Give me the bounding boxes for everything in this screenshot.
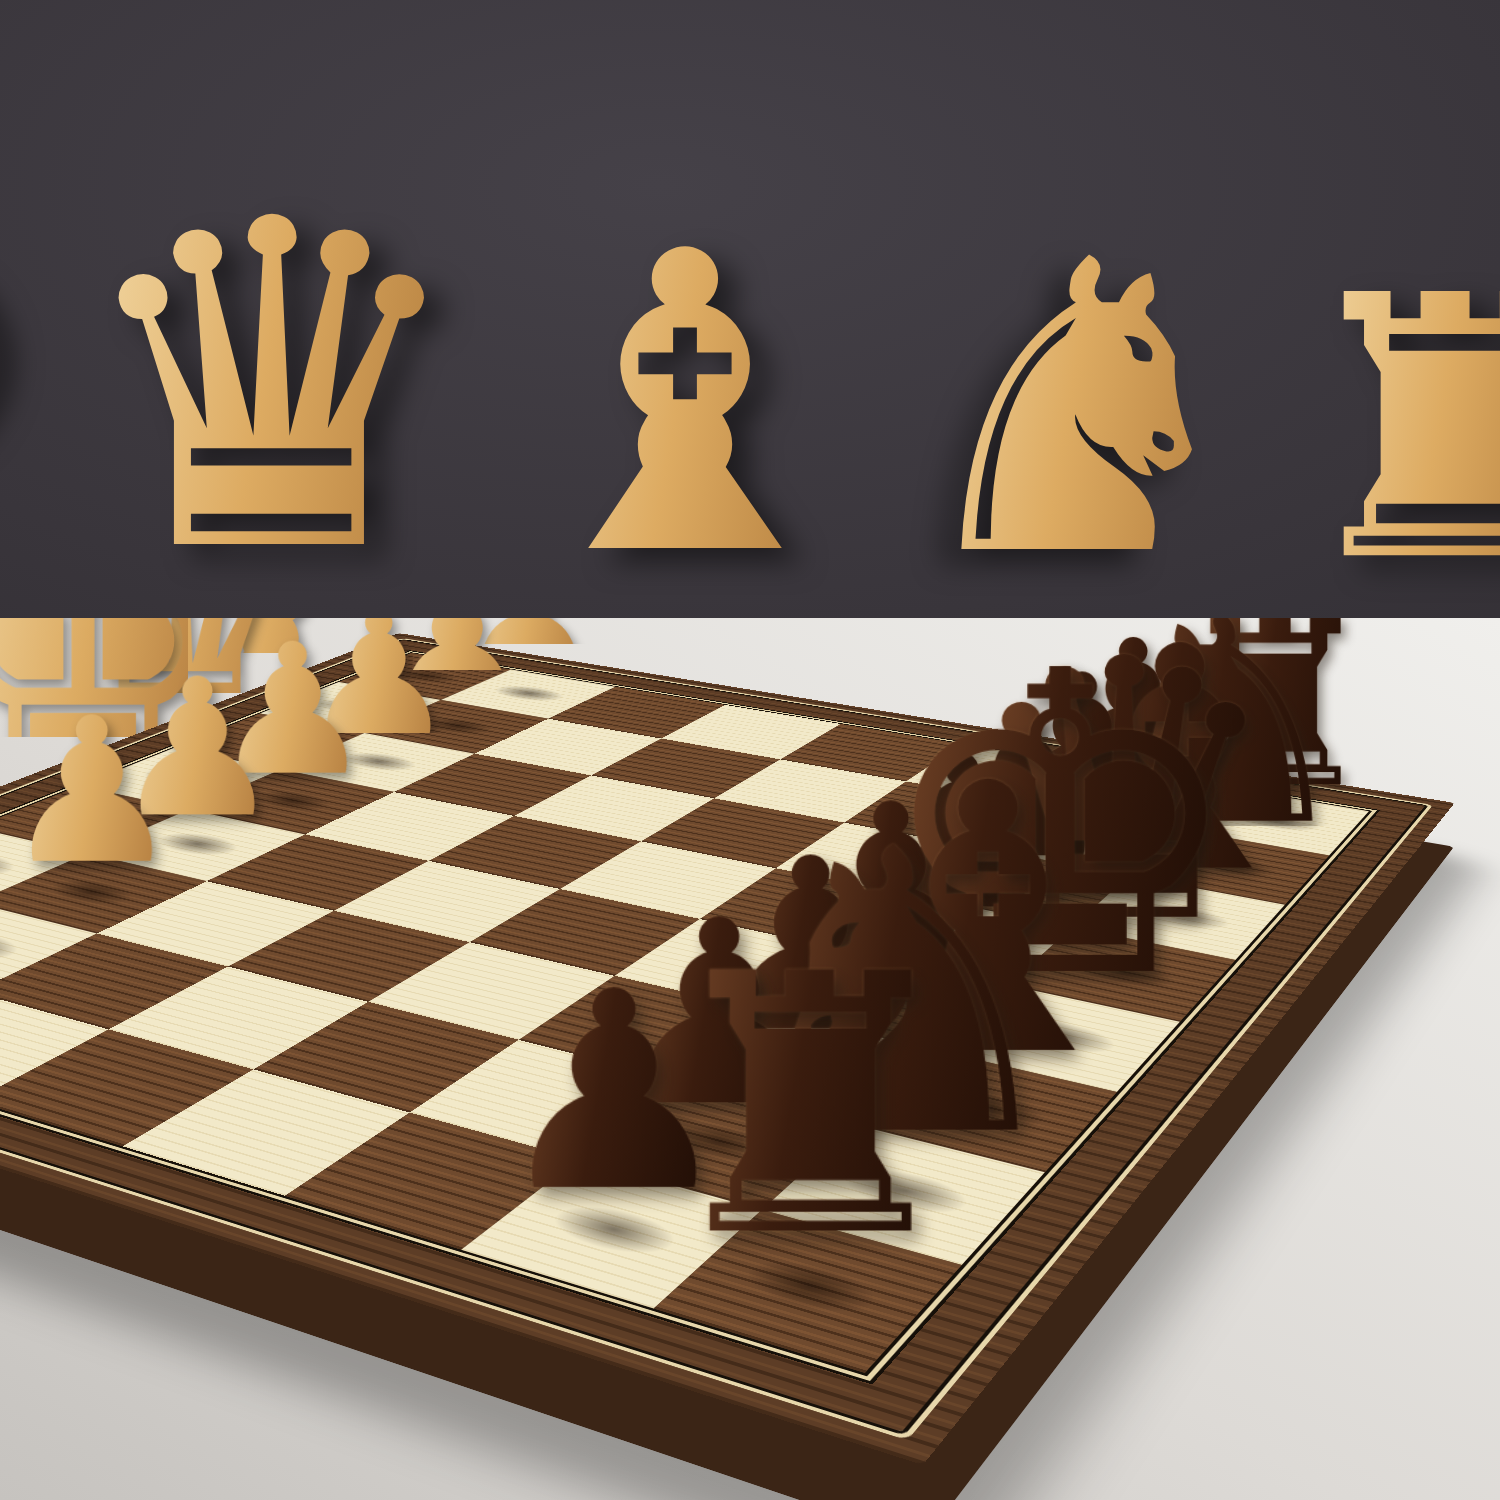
board-scene: ♜♟♟♜♞♟♟♞♝♟♟♝♛♟♟♛♚♟♟♚♝♟♟♝♞♟♟♞♜♟♟♜	[0, 618, 1500, 1500]
board-photo: ♜♟♟♜♞♟♟♞♝♟♟♝♛♟♟♛♚♟♟♚♝♟♟♝♞♟♟♞♜♟♟♜	[0, 618, 1500, 1500]
lineup-white-bishop: ♝	[500, 216, 870, 596]
square-h8: ♜	[654, 1210, 962, 1373]
lineup-white-rook: ♜	[1283, 263, 1500, 596]
chessboard-frame: ♜♟♟♜♞♟♟♞♝♟♟♝♛♟♟♛♚♟♟♚♝♟♟♝♞♟♟♞♜♟♟♜	[0, 633, 1455, 1465]
lineup-white-knight: ♞	[896, 225, 1257, 596]
lineup-white-queen: ♛	[69, 180, 474, 596]
piece-black-rook-h8: ♜	[650, 928, 971, 1286]
piece-lineup-photo: ♚♛♝♞♜♟	[0, 0, 1500, 618]
piece-white-pawn-g2: ♟	[0, 733, 69, 945]
lineup-white-king: ♚	[0, 136, 43, 596]
